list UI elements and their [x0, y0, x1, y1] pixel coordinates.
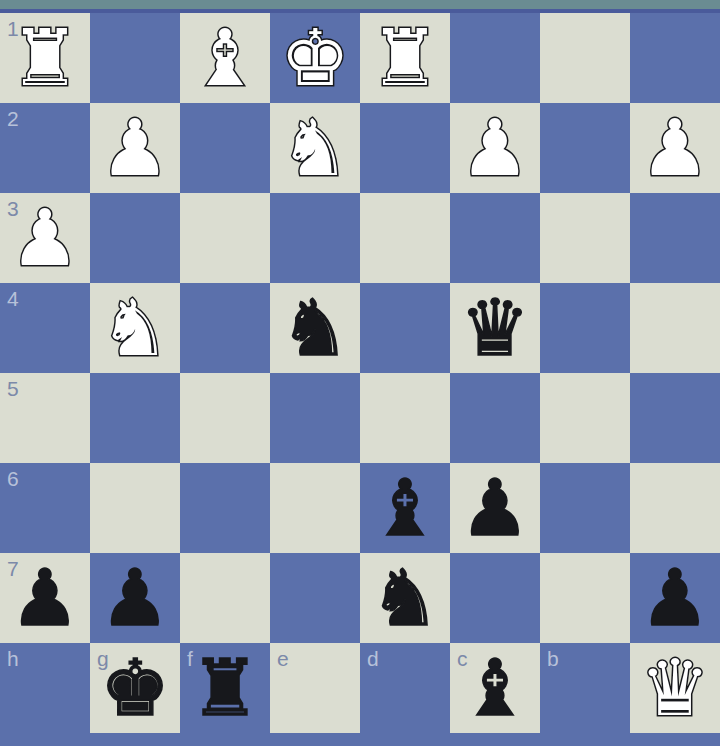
square-h4[interactable]: 4 [0, 283, 90, 373]
rank-label-6: 6 [7, 468, 19, 489]
file-label-h: h [7, 648, 19, 669]
square-d7[interactable]: ♞ [360, 553, 450, 643]
square-a8[interactable]: ♛ [630, 643, 720, 733]
square-d2[interactable] [360, 103, 450, 193]
square-d3[interactable] [360, 193, 450, 283]
black-bishop-icon-c8: ♝ [450, 643, 540, 733]
black-pawn-icon-g7: ♟ [90, 553, 180, 643]
black-pawn-icon-c6: ♟ [450, 463, 540, 553]
square-h3[interactable]: 3♟ [0, 193, 90, 283]
square-e5[interactable] [270, 373, 360, 463]
black-pawn-icon-h7: ♟ [0, 553, 90, 643]
square-h5[interactable]: 5 [0, 373, 90, 463]
square-f4[interactable] [180, 283, 270, 373]
square-b8[interactable]: b [540, 643, 630, 733]
square-e7[interactable] [270, 553, 360, 643]
square-h6[interactable]: 6 [0, 463, 90, 553]
square-b4[interactable] [540, 283, 630, 373]
square-e4[interactable]: ♞ [270, 283, 360, 373]
white-bishop-icon-f1: ♝ [180, 13, 270, 103]
square-c5[interactable] [450, 373, 540, 463]
square-h7[interactable]: 7♟ [0, 553, 90, 643]
black-king-icon-g8: ♚ [90, 643, 180, 733]
square-b7[interactable] [540, 553, 630, 643]
white-rook-icon-d1: ♜ [360, 13, 450, 103]
square-a5[interactable] [630, 373, 720, 463]
black-rook-icon-f8: ♜ [180, 643, 270, 733]
square-a4[interactable] [630, 283, 720, 373]
square-e8[interactable]: e [270, 643, 360, 733]
white-rook-icon-h1: ♜ [0, 13, 90, 103]
chess-app-screen: 1♜♝♚♜2♟♞♟♟3♟4♞♞♛56♝♟7♟♟♞♟hg♚f♜edc♝b♛ [0, 0, 720, 746]
square-c2[interactable]: ♟ [450, 103, 540, 193]
square-b1[interactable] [540, 13, 630, 103]
rank-label-5: 5 [7, 378, 19, 399]
square-c1[interactable] [450, 13, 540, 103]
white-king-icon-e1: ♚ [270, 13, 360, 103]
square-e2[interactable]: ♞ [270, 103, 360, 193]
white-pawn-icon-g2: ♟ [90, 103, 180, 193]
square-b6[interactable] [540, 463, 630, 553]
black-pawn-icon-a7: ♟ [630, 553, 720, 643]
square-c4[interactable]: ♛ [450, 283, 540, 373]
square-g8[interactable]: g♚ [90, 643, 180, 733]
square-e6[interactable] [270, 463, 360, 553]
square-g1[interactable] [90, 13, 180, 103]
black-queen-icon-c4: ♛ [450, 283, 540, 373]
black-bishop-icon-d6: ♝ [360, 463, 450, 553]
square-d5[interactable] [360, 373, 450, 463]
white-pawn-icon-a2: ♟ [630, 103, 720, 193]
square-c6[interactable]: ♟ [450, 463, 540, 553]
white-pawn-icon-c2: ♟ [450, 103, 540, 193]
square-g6[interactable] [90, 463, 180, 553]
square-f8[interactable]: f♜ [180, 643, 270, 733]
chess-board[interactable]: 1♜♝♚♜2♟♞♟♟3♟4♞♞♛56♝♟7♟♟♞♟hg♚f♜edc♝b♛ [0, 13, 720, 733]
square-g2[interactable]: ♟ [90, 103, 180, 193]
square-f6[interactable] [180, 463, 270, 553]
white-pawn-icon-h3: ♟ [0, 193, 90, 283]
square-g7[interactable]: ♟ [90, 553, 180, 643]
square-a1[interactable] [630, 13, 720, 103]
square-a2[interactable]: ♟ [630, 103, 720, 193]
square-a3[interactable] [630, 193, 720, 283]
square-b5[interactable] [540, 373, 630, 463]
square-c3[interactable] [450, 193, 540, 283]
rank-label-4: 4 [7, 288, 19, 309]
square-a6[interactable] [630, 463, 720, 553]
square-d1[interactable]: ♜ [360, 13, 450, 103]
square-h8[interactable]: h [0, 643, 90, 733]
square-e3[interactable] [270, 193, 360, 283]
status-bar [0, 0, 720, 9]
black-knight-icon-d7: ♞ [360, 553, 450, 643]
black-knight-icon-e4: ♞ [270, 283, 360, 373]
white-queen-icon-a8: ♛ [630, 643, 720, 733]
square-f3[interactable] [180, 193, 270, 283]
square-g4[interactable]: ♞ [90, 283, 180, 373]
square-d4[interactable] [360, 283, 450, 373]
white-knight-icon-g4: ♞ [90, 283, 180, 373]
square-e1[interactable]: ♚ [270, 13, 360, 103]
white-knight-icon-e2: ♞ [270, 103, 360, 193]
square-d6[interactable]: ♝ [360, 463, 450, 553]
square-a7[interactable]: ♟ [630, 553, 720, 643]
file-label-d: d [367, 648, 379, 669]
square-g5[interactable] [90, 373, 180, 463]
square-b2[interactable] [540, 103, 630, 193]
square-c7[interactable] [450, 553, 540, 643]
file-label-b: b [547, 648, 559, 669]
square-d8[interactable]: d [360, 643, 450, 733]
rank-label-2: 2 [7, 108, 19, 129]
square-h1[interactable]: 1♜ [0, 13, 90, 103]
square-f2[interactable] [180, 103, 270, 193]
square-h2[interactable]: 2 [0, 103, 90, 193]
square-f7[interactable] [180, 553, 270, 643]
square-f5[interactable] [180, 373, 270, 463]
file-label-e: e [277, 648, 289, 669]
square-b3[interactable] [540, 193, 630, 283]
bottom-strip [0, 733, 720, 746]
square-f1[interactable]: ♝ [180, 13, 270, 103]
square-g3[interactable] [90, 193, 180, 283]
square-c8[interactable]: c♝ [450, 643, 540, 733]
